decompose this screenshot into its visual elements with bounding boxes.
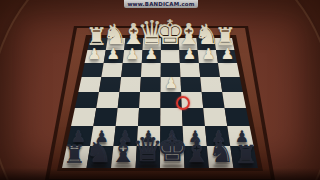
piece-wp-h2[interactable]: ♟ xyxy=(221,47,234,62)
game-window: ♜♞♝♛♚♝♞♜♟♟♟♟♟♟♟♟♟♟♟♟♟♟♟♟♜♞♝♛♚♝♞♜ www.BAN… xyxy=(0,0,320,180)
piece-wp-c2[interactable]: ♟ xyxy=(126,47,139,62)
piece-wp-g2[interactable]: ♟ xyxy=(202,47,215,62)
piece-wp-b2[interactable]: ♟ xyxy=(106,47,119,62)
cursor-highlight-ring xyxy=(176,96,190,110)
watermark-text: www.BANDICAM.com xyxy=(127,1,194,7)
piece-wp-d2[interactable]: ♟ xyxy=(145,47,158,62)
piece-wp-a2[interactable]: ♟ xyxy=(87,47,100,62)
piece-bn-b8[interactable]: ♞ xyxy=(86,138,112,167)
piece-bb-f8[interactable]: ♝ xyxy=(183,137,210,167)
piece-br-h8[interactable]: ♜ xyxy=(234,142,257,167)
piece-br-a8[interactable]: ♜ xyxy=(63,142,86,167)
piece-bn-g8[interactable]: ♞ xyxy=(208,138,234,167)
bottom-shadow xyxy=(0,168,320,180)
piece-wp-e4[interactable]: ♟ xyxy=(164,76,177,91)
bandicam-watermark: www.BANDICAM.com xyxy=(124,0,198,8)
piece-wp-f2[interactable]: ♟ xyxy=(183,47,196,62)
